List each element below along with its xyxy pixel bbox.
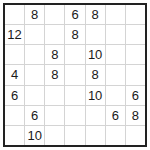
cell-r1c3[interactable] [45,5,64,24]
cell-r2c3[interactable] [45,25,64,44]
cell-r6c4[interactable] [65,106,84,125]
cell-r7c5[interactable] [86,126,105,145]
puzzle-board: 868128810488610666810 [3,3,147,147]
cell-r4c5[interactable]: 8 [86,65,105,84]
cell-r2c6[interactable] [106,25,125,44]
cell-r2c1[interactable]: 12 [5,25,24,44]
cell-r1c5[interactable]: 8 [86,5,105,24]
cell-r3c2[interactable] [25,45,44,64]
cell-r5c6[interactable] [106,86,125,105]
cell-r5c4[interactable] [65,86,84,105]
cell-r6c5[interactable] [86,106,105,125]
cell-r6c1[interactable] [5,106,24,125]
cell-r4c3[interactable]: 8 [45,65,64,84]
cell-r7c1[interactable] [5,126,24,145]
cell-r3c6[interactable] [106,45,125,64]
cell-r7c4[interactable] [65,126,84,145]
cell-r2c2[interactable] [25,25,44,44]
cell-r1c2[interactable]: 8 [25,5,44,24]
cell-r7c7[interactable] [126,126,145,145]
cell-r5c1[interactable]: 6 [5,86,24,105]
cell-r5c2[interactable] [25,86,44,105]
cell-r4c4[interactable] [65,65,84,84]
cell-r7c2[interactable]: 10 [25,126,44,145]
cell-r1c4[interactable]: 6 [65,5,84,24]
cell-r2c5[interactable] [86,25,105,44]
cell-r3c3[interactable]: 8 [45,45,64,64]
cell-r4c2[interactable] [25,65,44,84]
cell-r6c3[interactable] [45,106,64,125]
cell-r3c5[interactable]: 10 [86,45,105,64]
cell-r2c7[interactable] [126,25,145,44]
cell-r3c1[interactable] [5,45,24,64]
cell-r1c6[interactable] [106,5,125,24]
cell-r2c4[interactable]: 8 [65,25,84,44]
cell-r5c7[interactable]: 6 [126,86,145,105]
cell-r3c4[interactable] [65,45,84,64]
cell-r7c3[interactable] [45,126,64,145]
cell-r5c5[interactable]: 10 [86,86,105,105]
cell-r4c6[interactable] [106,65,125,84]
puzzle-grid: 868128810488610666810 [5,5,145,145]
cell-r5c3[interactable] [45,86,64,105]
cell-r6c6[interactable]: 6 [106,106,125,125]
cell-r4c1[interactable]: 4 [5,65,24,84]
cell-r4c7[interactable] [126,65,145,84]
cell-r3c7[interactable] [126,45,145,64]
cell-r6c7[interactable]: 8 [126,106,145,125]
cell-r1c1[interactable] [5,5,24,24]
cell-r1c7[interactable] [126,5,145,24]
cell-r7c6[interactable] [106,126,125,145]
cell-r6c2[interactable]: 6 [25,106,44,125]
